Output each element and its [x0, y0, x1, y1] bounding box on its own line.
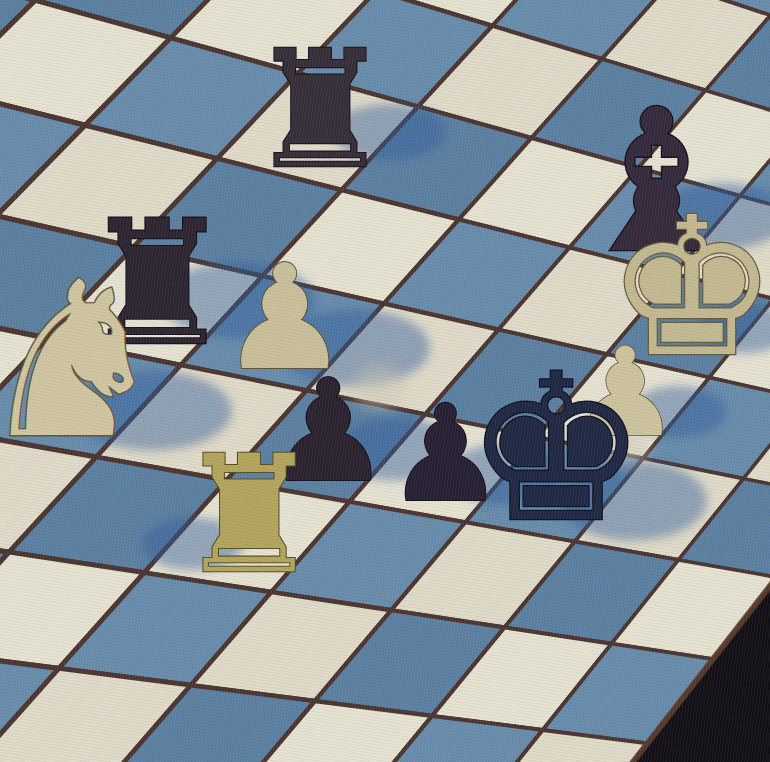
chessboard-painting: ♜♝♜♚♟♞♟♟♟♚♜	[0, 0, 770, 762]
piece-black-rook-far[interactable]: ♜	[247, 16, 392, 204]
piece-white-knight[interactable]: ♞	[0, 236, 168, 486]
board-svg: ♜♝♜♚♟♞♟♟♟♚♜	[0, 0, 770, 762]
piece-black-king[interactable]: ♚	[465, 331, 647, 567]
piece-white-rook[interactable]: ♜	[177, 421, 322, 609]
